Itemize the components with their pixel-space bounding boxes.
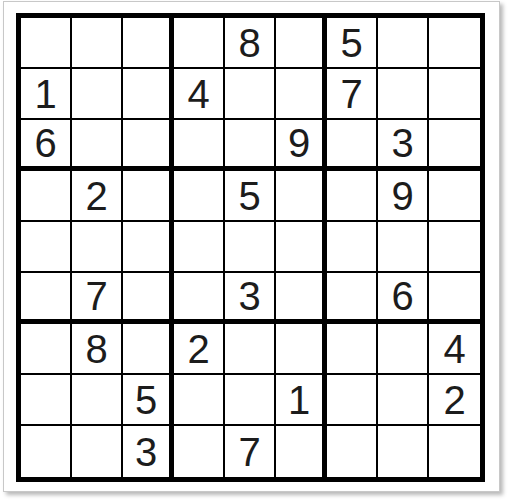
cell-r7c8[interactable] [378,324,429,375]
cell-r5c6[interactable] [276,222,327,273]
cell-r2c3[interactable] [123,69,174,120]
cell-r6c8[interactable]: 6 [378,273,429,324]
page: 8514769325973682451237 [0,0,511,500]
cell-r3c6[interactable]: 9 [276,120,327,171]
cell-r9c1[interactable] [21,426,72,477]
cell-r1c3[interactable] [123,18,174,69]
cell-r9c3[interactable]: 3 [123,426,174,477]
cell-r5c2[interactable] [72,222,123,273]
cell-r4c5[interactable]: 5 [225,171,276,222]
cell-r8c8[interactable] [378,375,429,426]
cell-r1c8[interactable] [378,18,429,69]
cell-r8c1[interactable] [21,375,72,426]
cell-r1c4[interactable] [174,18,225,69]
cell-r3c7[interactable] [327,120,378,171]
cell-r4c8[interactable]: 9 [378,171,429,222]
cell-r8c7[interactable] [327,375,378,426]
cell-r7c5[interactable] [225,324,276,375]
cell-r9c5[interactable]: 7 [225,426,276,477]
cell-r4c2[interactable]: 2 [72,171,123,222]
cell-r5c8[interactable] [378,222,429,273]
cell-r2c7[interactable]: 7 [327,69,378,120]
cell-r9c9[interactable] [429,426,480,477]
cell-r5c4[interactable] [174,222,225,273]
cell-r7c4[interactable]: 2 [174,324,225,375]
cell-r4c6[interactable] [276,171,327,222]
cell-r9c2[interactable] [72,426,123,477]
cell-r3c9[interactable] [429,120,480,171]
cell-r5c5[interactable] [225,222,276,273]
cell-r4c7[interactable] [327,171,378,222]
cell-r4c3[interactable] [123,171,174,222]
cell-r8c9[interactable]: 2 [429,375,480,426]
cell-r3c8[interactable]: 3 [378,120,429,171]
cell-r6c6[interactable] [276,273,327,324]
cell-r1c9[interactable] [429,18,480,69]
cell-r3c5[interactable] [225,120,276,171]
cell-r2c1[interactable]: 1 [21,69,72,120]
cell-r7c9[interactable]: 4 [429,324,480,375]
cell-r3c1[interactable]: 6 [21,120,72,171]
cell-r2c9[interactable] [429,69,480,120]
cell-r8c5[interactable] [225,375,276,426]
cell-r6c9[interactable] [429,273,480,324]
cell-r2c5[interactable] [225,69,276,120]
cell-r1c7[interactable]: 5 [327,18,378,69]
cell-r1c6[interactable] [276,18,327,69]
cell-r6c5[interactable]: 3 [225,273,276,324]
cell-r7c3[interactable] [123,324,174,375]
cell-r8c4[interactable] [174,375,225,426]
cell-r5c7[interactable] [327,222,378,273]
cell-r9c6[interactable] [276,426,327,477]
cell-r2c6[interactable] [276,69,327,120]
sudoku-board: 8514769325973682451237 [16,13,485,482]
cell-r5c1[interactable] [21,222,72,273]
cell-r4c9[interactable] [429,171,480,222]
cell-r8c3[interactable]: 5 [123,375,174,426]
cell-r1c2[interactable] [72,18,123,69]
cell-r7c7[interactable] [327,324,378,375]
cell-r3c3[interactable] [123,120,174,171]
cell-r4c4[interactable] [174,171,225,222]
cell-r8c6[interactable]: 1 [276,375,327,426]
cell-r3c2[interactable] [72,120,123,171]
cell-r6c3[interactable] [123,273,174,324]
cell-r6c4[interactable] [174,273,225,324]
cell-r6c2[interactable]: 7 [72,273,123,324]
cell-r3c4[interactable] [174,120,225,171]
cell-r7c6[interactable] [276,324,327,375]
cell-r5c3[interactable] [123,222,174,273]
cell-r5c9[interactable] [429,222,480,273]
photo-frame: 8514769325973682451237 [3,1,500,492]
cell-r6c1[interactable] [21,273,72,324]
cell-r9c7[interactable] [327,426,378,477]
cell-r7c2[interactable]: 8 [72,324,123,375]
cell-r4c1[interactable] [21,171,72,222]
cell-r2c4[interactable]: 4 [174,69,225,120]
cell-r1c5[interactable]: 8 [225,18,276,69]
cell-r8c2[interactable] [72,375,123,426]
cell-r9c4[interactable] [174,426,225,477]
cell-r6c7[interactable] [327,273,378,324]
cell-r7c1[interactable] [21,324,72,375]
cell-r2c2[interactable] [72,69,123,120]
cell-r1c1[interactable] [21,18,72,69]
cell-r9c8[interactable] [378,426,429,477]
cell-r2c8[interactable] [378,69,429,120]
